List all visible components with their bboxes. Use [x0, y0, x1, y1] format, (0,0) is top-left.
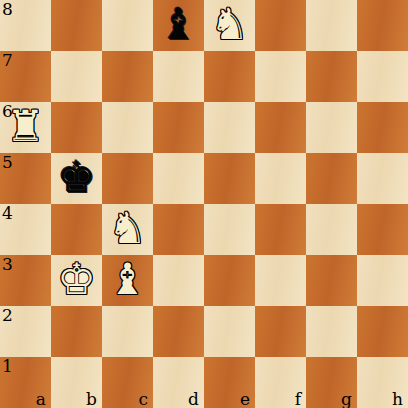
- file-label-f: f: [295, 391, 301, 408]
- square-d6[interactable]: [153, 102, 204, 153]
- rank-label-1: 1: [2, 358, 13, 375]
- square-b1[interactable]: b: [51, 357, 102, 408]
- square-b2[interactable]: [51, 306, 102, 357]
- square-e7[interactable]: [204, 51, 255, 102]
- square-e6[interactable]: [204, 102, 255, 153]
- file-label-d: d: [188, 391, 199, 408]
- square-b8[interactable]: [51, 0, 102, 51]
- square-h1[interactable]: h: [357, 357, 408, 408]
- square-b7[interactable]: [51, 51, 102, 102]
- square-f8[interactable]: [255, 0, 306, 51]
- square-c7[interactable]: [102, 51, 153, 102]
- square-c8[interactable]: [102, 0, 153, 51]
- square-c5[interactable]: [102, 153, 153, 204]
- square-f1[interactable]: f: [255, 357, 306, 408]
- square-g2[interactable]: [306, 306, 357, 357]
- file-label-c: c: [138, 391, 148, 408]
- black-bishop-d8[interactable]: ♝: [153, 0, 204, 51]
- square-f2[interactable]: [255, 306, 306, 357]
- square-e3[interactable]: [204, 255, 255, 306]
- square-g8[interactable]: [306, 0, 357, 51]
- square-e5[interactable]: [204, 153, 255, 204]
- square-c6[interactable]: [102, 102, 153, 153]
- square-g4[interactable]: [306, 204, 357, 255]
- white-knight-e8[interactable]: ♞: [204, 0, 255, 51]
- square-h4[interactable]: [357, 204, 408, 255]
- square-a4[interactable]: 4: [0, 204, 51, 255]
- square-g7[interactable]: [306, 51, 357, 102]
- square-h2[interactable]: [357, 306, 408, 357]
- square-f7[interactable]: [255, 51, 306, 102]
- square-e1[interactable]: e: [204, 357, 255, 408]
- file-label-e: e: [240, 391, 250, 408]
- rank-label-5: 5: [2, 154, 13, 171]
- square-d5[interactable]: [153, 153, 204, 204]
- square-g6[interactable]: [306, 102, 357, 153]
- square-g1[interactable]: g: [306, 357, 357, 408]
- square-f5[interactable]: [255, 153, 306, 204]
- square-d2[interactable]: [153, 306, 204, 357]
- white-knight-c4[interactable]: ♞: [102, 204, 153, 255]
- white-bishop-c3[interactable]: ♝: [102, 255, 153, 306]
- chess-board: 8♝♞76♜5♚4♞3♚♝21abcdefgh: [0, 0, 408, 408]
- rank-label-3: 3: [2, 256, 13, 273]
- square-a6[interactable]: 6♜: [0, 102, 51, 153]
- square-b3[interactable]: ♚: [51, 255, 102, 306]
- square-c4[interactable]: ♞: [102, 204, 153, 255]
- square-d4[interactable]: [153, 204, 204, 255]
- square-h8[interactable]: [357, 0, 408, 51]
- square-a2[interactable]: 2: [0, 306, 51, 357]
- square-e4[interactable]: [204, 204, 255, 255]
- rank-label-2: 2: [2, 307, 13, 324]
- file-label-g: g: [341, 391, 352, 408]
- square-a5[interactable]: 5: [0, 153, 51, 204]
- square-f4[interactable]: [255, 204, 306, 255]
- square-h5[interactable]: [357, 153, 408, 204]
- square-c2[interactable]: [102, 306, 153, 357]
- square-h7[interactable]: [357, 51, 408, 102]
- square-a1[interactable]: 1a: [0, 357, 51, 408]
- square-d8[interactable]: ♝: [153, 0, 204, 51]
- square-h6[interactable]: [357, 102, 408, 153]
- square-d3[interactable]: [153, 255, 204, 306]
- square-a7[interactable]: 7: [0, 51, 51, 102]
- square-e2[interactable]: [204, 306, 255, 357]
- square-g5[interactable]: [306, 153, 357, 204]
- square-f3[interactable]: [255, 255, 306, 306]
- square-c1[interactable]: c: [102, 357, 153, 408]
- rank-label-8: 8: [2, 1, 13, 18]
- square-e8[interactable]: ♞: [204, 0, 255, 51]
- square-a3[interactable]: 3: [0, 255, 51, 306]
- square-f6[interactable]: [255, 102, 306, 153]
- square-b5[interactable]: ♚: [51, 153, 102, 204]
- chess-board-wrapper: 8♝♞76♜5♚4♞3♚♝21abcdefgh: [0, 0, 408, 408]
- square-g3[interactable]: [306, 255, 357, 306]
- black-king-b5[interactable]: ♚: [51, 153, 102, 204]
- rank-label-6: 6: [2, 103, 13, 120]
- white-king-b3[interactable]: ♚: [51, 255, 102, 306]
- file-label-b: b: [86, 391, 97, 408]
- square-c3[interactable]: ♝: [102, 255, 153, 306]
- file-label-h: h: [392, 391, 403, 408]
- square-h3[interactable]: [357, 255, 408, 306]
- square-b4[interactable]: [51, 204, 102, 255]
- square-b6[interactable]: [51, 102, 102, 153]
- file-label-a: a: [36, 391, 46, 408]
- square-a8[interactable]: 8: [0, 0, 51, 51]
- rank-label-4: 4: [2, 205, 13, 222]
- square-d1[interactable]: d: [153, 357, 204, 408]
- square-d7[interactable]: [153, 51, 204, 102]
- rank-label-7: 7: [2, 52, 13, 69]
